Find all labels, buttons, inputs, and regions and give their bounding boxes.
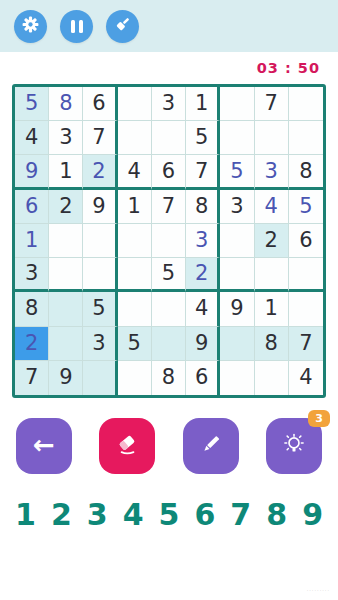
cell-r4c7[interactable]: 3	[220, 190, 254, 224]
numpad-digit-3[interactable]: 3	[87, 500, 108, 530]
cell-r5c9[interactable]: 6	[289, 224, 323, 258]
theme-button[interactable]	[106, 10, 139, 43]
sudoku-app: 03 : 50 58631743759124675386291783451326…	[0, 0, 338, 600]
numpad-digit-5[interactable]: 5	[159, 500, 180, 530]
cell-r1c7[interactable]	[220, 87, 254, 121]
top-bar	[0, 0, 338, 52]
numpad-digit-9[interactable]: 9	[302, 500, 323, 530]
cell-r9c5[interactable]: 8	[152, 361, 186, 395]
cell-r9c2[interactable]: 9	[49, 361, 83, 395]
cell-r6c2[interactable]	[49, 258, 83, 292]
cell-r7c7[interactable]: 9	[220, 292, 254, 326]
cell-r1c8[interactable]: 7	[255, 87, 289, 121]
cell-r2c7[interactable]	[220, 121, 254, 155]
cell-r6c7[interactable]	[220, 258, 254, 292]
cell-r4c6[interactable]: 8	[186, 190, 220, 224]
eraser-icon	[114, 431, 140, 461]
cell-r6c4[interactable]	[118, 258, 152, 292]
cell-r9c4[interactable]	[118, 361, 152, 395]
cell-r9c7[interactable]	[220, 361, 254, 395]
cell-r1c9[interactable]	[289, 87, 323, 121]
cell-r9c8[interactable]	[255, 361, 289, 395]
cell-r5c4[interactable]	[118, 224, 152, 258]
pause-button[interactable]	[60, 10, 93, 43]
cell-r4c8[interactable]: 4	[255, 190, 289, 224]
cell-r7c9[interactable]	[289, 292, 323, 326]
cell-r8c8[interactable]: 8	[255, 327, 289, 361]
pencil-icon	[199, 432, 223, 460]
watermark: ·········	[307, 587, 330, 593]
settings-button[interactable]	[14, 10, 47, 43]
paint-brush-icon	[113, 15, 132, 38]
pencil-button[interactable]	[183, 418, 239, 474]
cell-r2c5[interactable]	[152, 121, 186, 155]
cell-r2c4[interactable]	[118, 121, 152, 155]
cell-r4c3[interactable]: 9	[83, 190, 117, 224]
numpad-digit-8[interactable]: 8	[266, 500, 287, 530]
cell-r9c1[interactable]: 7	[15, 361, 49, 395]
cell-r3c2[interactable]: 1	[49, 155, 83, 189]
cell-r3c8[interactable]: 3	[255, 155, 289, 189]
cell-r2c8[interactable]	[255, 121, 289, 155]
light-bulb-icon	[281, 431, 307, 461]
sudoku-board: 5863174375912467538629178345132635285491…	[12, 84, 326, 398]
cell-r2c3[interactable]: 7	[83, 121, 117, 155]
hint-count-badge: 3	[308, 410, 330, 427]
cell-r6c9[interactable]	[289, 258, 323, 292]
cell-r1c6[interactable]: 1	[186, 87, 220, 121]
cell-r3c7[interactable]: 5	[220, 155, 254, 189]
cell-r6c6[interactable]: 2	[186, 258, 220, 292]
cell-r9c6[interactable]: 6	[186, 361, 220, 395]
cell-r5c3[interactable]	[83, 224, 117, 258]
cell-r1c5[interactable]: 3	[152, 87, 186, 121]
cell-r8c6[interactable]: 9	[186, 327, 220, 361]
numpad-digit-2[interactable]: 2	[51, 500, 72, 530]
numpad-digit-6[interactable]: 6	[194, 500, 215, 530]
numpad-digit-4[interactable]: 4	[123, 500, 144, 530]
cell-r2c9[interactable]	[289, 121, 323, 155]
cell-r8c3[interactable]: 3	[83, 327, 117, 361]
cell-r3c6[interactable]: 7	[186, 155, 220, 189]
cell-r1c3[interactable]: 6	[83, 87, 117, 121]
cell-r2c6[interactable]: 5	[186, 121, 220, 155]
cell-r9c9[interactable]: 4	[289, 361, 323, 395]
cell-r4c1[interactable]: 6	[15, 190, 49, 224]
hint-button[interactable]: 3	[266, 418, 322, 474]
cell-r7c6[interactable]: 4	[186, 292, 220, 326]
cell-r4c5[interactable]: 7	[152, 190, 186, 224]
cell-r7c1[interactable]: 8	[15, 292, 49, 326]
cell-r2c2[interactable]: 3	[49, 121, 83, 155]
cell-r7c5[interactable]	[152, 292, 186, 326]
cell-r6c5[interactable]: 5	[152, 258, 186, 292]
action-bar: ←	[0, 418, 338, 474]
number-pad: 123456789	[0, 500, 338, 530]
cell-r4c2[interactable]: 2	[49, 190, 83, 224]
cell-r8c5[interactable]	[152, 327, 186, 361]
cell-r2c1[interactable]: 4	[15, 121, 49, 155]
cell-r3c9[interactable]: 8	[289, 155, 323, 189]
cell-r7c2[interactable]	[49, 292, 83, 326]
cell-r8c7[interactable]	[220, 327, 254, 361]
cell-r5c2[interactable]	[49, 224, 83, 258]
gear-icon	[21, 15, 40, 38]
numpad-digit-1[interactable]: 1	[15, 500, 36, 530]
cell-r4c9[interactable]: 5	[289, 190, 323, 224]
cell-r1c4[interactable]	[118, 87, 152, 121]
cell-r8c4[interactable]: 5	[118, 327, 152, 361]
cell-r1c1[interactable]: 5	[15, 87, 49, 121]
pause-icon	[71, 20, 83, 33]
timer-row: 03 : 50	[0, 52, 338, 84]
cell-r5c5[interactable]	[152, 224, 186, 258]
cell-r3c3[interactable]: 2	[83, 155, 117, 189]
cell-r1c2[interactable]: 8	[49, 87, 83, 121]
cell-r3c4[interactable]: 4	[118, 155, 152, 189]
undo-arrow-icon: ←	[33, 432, 55, 458]
cell-r7c4[interactable]	[118, 292, 152, 326]
cell-r7c3[interactable]: 5	[83, 292, 117, 326]
cell-r5c8[interactable]: 2	[255, 224, 289, 258]
cell-r4c4[interactable]: 1	[118, 190, 152, 224]
cell-r8c1[interactable]: 2	[15, 327, 49, 361]
cell-r8c2[interactable]	[49, 327, 83, 361]
numpad-digit-7[interactable]: 7	[230, 500, 251, 530]
timer: 03 : 50	[257, 60, 320, 76]
cell-r3c5[interactable]: 6	[152, 155, 186, 189]
cell-r6c1[interactable]: 3	[15, 258, 49, 292]
cell-r5c1[interactable]: 1	[15, 224, 49, 258]
cell-r3c1[interactable]: 9	[15, 155, 49, 189]
eraser-button[interactable]	[99, 418, 155, 474]
cell-r5c7[interactable]	[220, 224, 254, 258]
cell-r7c8[interactable]: 1	[255, 292, 289, 326]
undo-button[interactable]: ←	[16, 418, 72, 474]
cell-r5c6[interactable]: 3	[186, 224, 220, 258]
cell-r6c8[interactable]	[255, 258, 289, 292]
cell-r8c9[interactable]: 7	[289, 327, 323, 361]
cell-r6c3[interactable]	[83, 258, 117, 292]
cell-r9c3[interactable]	[83, 361, 117, 395]
